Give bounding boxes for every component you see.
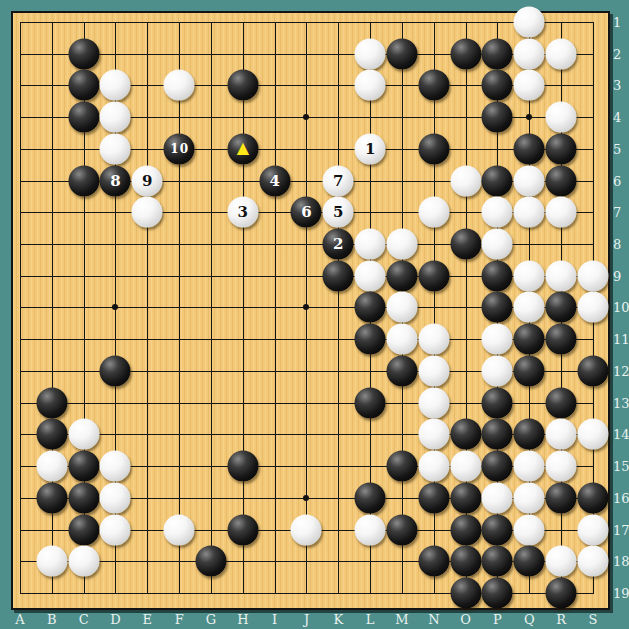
row-label: 10 [613,301,629,314]
black-stone[interactable]: 4 [259,165,290,196]
white-stone[interactable] [355,38,386,69]
white-stone[interactable]: 3 [227,197,258,228]
black-stone[interactable] [68,165,99,196]
white-stone[interactable] [514,514,545,545]
column-label: N [428,613,439,626]
white-stone[interactable] [514,260,545,291]
white-stone[interactable] [546,197,577,228]
black-stone[interactable] [386,260,417,291]
black-stone[interactable] [386,38,417,69]
move-number-label: 5 [333,205,343,220]
black-stone[interactable] [100,355,131,386]
white-stone[interactable] [546,260,577,291]
black-stone[interactable] [482,451,513,482]
black-stone[interactable] [482,260,513,291]
black-stone[interactable] [68,70,99,101]
white-stone[interactable] [68,419,99,450]
black-stone[interactable] [482,292,513,323]
column-label: J [304,613,309,626]
black-stone[interactable] [418,133,449,164]
column-label: S [589,613,598,626]
goban-frame: 10▲189473652 ABCDEFGHIJKLMNOPQRS 1234567… [0,0,629,629]
black-stone[interactable] [450,514,481,545]
white-stone[interactable] [577,260,608,291]
black-stone[interactable] [546,324,577,355]
white-stone[interactable] [386,292,417,323]
column-label: E [143,613,153,626]
black-stone[interactable] [36,387,67,418]
black-stone[interactable] [546,133,577,164]
white-stone[interactable] [577,514,608,545]
black-stone[interactable] [577,355,608,386]
white-stone[interactable] [514,70,545,101]
white-stone[interactable] [514,451,545,482]
row-label: 6 [613,174,621,187]
column-label: B [47,613,57,626]
white-stone[interactable] [100,482,131,513]
black-stone[interactable] [450,38,481,69]
white-stone[interactable] [450,165,481,196]
black-stone[interactable] [386,451,417,482]
black-stone[interactable] [450,546,481,577]
white-stone[interactable] [546,451,577,482]
column-label: K [333,613,343,626]
black-stone[interactable] [68,514,99,545]
row-label: 19 [613,586,629,599]
black-stone[interactable] [418,546,449,577]
black-stone[interactable] [546,482,577,513]
white-stone[interactable] [164,70,195,101]
black-stone[interactable] [546,292,577,323]
row-label: 1 [613,16,621,29]
black-stone[interactable] [323,260,354,291]
white-stone[interactable] [100,133,131,164]
column-label: L [366,613,375,626]
row-label: 9 [613,269,621,282]
white-stone[interactable] [100,514,131,545]
move-number-label: 7 [333,173,343,188]
white-stone[interactable] [36,546,67,577]
white-stone[interactable]: 1 [355,133,386,164]
star-point [303,114,309,120]
move-number-label: 3 [238,205,248,220]
white-stone[interactable]: 9 [132,165,163,196]
white-stone[interactable] [291,514,322,545]
white-stone[interactable]: 5 [323,197,354,228]
black-stone[interactable] [355,292,386,323]
black-stone[interactable] [355,387,386,418]
white-stone[interactable] [482,229,513,260]
black-stone[interactable] [514,419,545,450]
white-stone[interactable] [418,355,449,386]
black-stone[interactable]: ▲ [227,133,258,164]
black-stone[interactable] [514,133,545,164]
row-label: 7 [613,206,621,219]
row-label: 5 [613,142,621,155]
black-stone[interactable]: 6 [291,197,322,228]
row-label: 8 [613,238,621,251]
black-stone[interactable] [482,165,513,196]
black-stone[interactable] [450,577,481,608]
star-point [112,304,118,310]
black-stone[interactable] [546,577,577,608]
white-stone[interactable] [546,38,577,69]
white-stone[interactable] [164,514,195,545]
white-stone[interactable] [418,387,449,418]
star-point [303,304,309,310]
white-stone[interactable] [482,482,513,513]
column-label: P [493,613,502,626]
column-label: H [237,613,248,626]
white-stone[interactable] [450,451,481,482]
black-stone[interactable] [482,387,513,418]
black-stone[interactable] [418,482,449,513]
white-stone[interactable] [100,451,131,482]
white-stone[interactable] [132,197,163,228]
black-stone[interactable] [227,451,258,482]
column-label: R [556,613,566,626]
black-stone[interactable] [386,355,417,386]
black-stone[interactable] [577,482,608,513]
move-number-label: 4 [269,173,279,188]
white-stone[interactable] [418,197,449,228]
white-stone[interactable] [482,197,513,228]
row-label: 13 [613,396,629,409]
white-stone[interactable] [546,419,577,450]
black-stone[interactable] [482,514,513,545]
black-stone[interactable] [227,70,258,101]
black-stone[interactable] [68,102,99,133]
column-label: D [110,613,120,626]
black-stone[interactable] [450,419,481,450]
white-stone[interactable] [100,102,131,133]
column-label: M [395,613,408,626]
black-stone[interactable] [482,546,513,577]
black-stone[interactable] [450,229,481,260]
white-stone[interactable] [577,546,608,577]
white-stone[interactable] [418,419,449,450]
black-stone[interactable] [546,165,577,196]
white-stone[interactable] [546,546,577,577]
white-stone[interactable] [514,482,545,513]
black-stone[interactable] [514,546,545,577]
white-stone[interactable] [355,229,386,260]
column-label: G [206,613,216,626]
go-board[interactable]: 10▲189473652 [11,11,610,610]
black-stone[interactable] [418,260,449,291]
white-stone[interactable] [36,451,67,482]
black-stone[interactable]: 10 [164,133,195,164]
white-stone[interactable] [418,451,449,482]
white-stone[interactable] [514,7,545,38]
white-stone[interactable] [418,324,449,355]
white-stone[interactable] [355,260,386,291]
black-stone[interactable] [68,482,99,513]
white-stone[interactable]: 7 [323,165,354,196]
white-stone[interactable] [386,229,417,260]
black-stone[interactable] [482,70,513,101]
white-stone[interactable] [577,419,608,450]
row-label: 18 [613,555,629,568]
black-stone[interactable] [68,38,99,69]
row-label: 3 [613,79,621,92]
white-stone[interactable] [68,546,99,577]
black-stone[interactable] [482,38,513,69]
column-label: Q [524,613,535,626]
black-stone[interactable] [355,482,386,513]
white-stone[interactable] [355,514,386,545]
column-label: F [175,613,184,626]
white-stone[interactable] [514,38,545,69]
white-stone[interactable] [482,355,513,386]
black-stone[interactable] [482,102,513,133]
black-stone[interactable] [514,355,545,386]
white-stone[interactable] [514,165,545,196]
column-label: A [15,613,24,626]
row-label: 12 [613,364,629,377]
black-stone[interactable] [418,70,449,101]
black-stone[interactable]: 8 [100,165,131,196]
triangle-marker-icon: ▲ [237,140,249,156]
row-label: 16 [613,491,629,504]
star-point [526,114,532,120]
row-label: 11 [613,333,629,346]
row-label: 4 [613,111,621,124]
white-stone[interactable] [482,324,513,355]
black-stone[interactable] [546,387,577,418]
move-number-label: 2 [333,237,343,252]
black-stone[interactable] [355,324,386,355]
black-stone[interactable] [482,577,513,608]
white-stone[interactable] [514,197,545,228]
black-stone[interactable] [195,546,226,577]
black-stone[interactable]: 2 [323,229,354,260]
move-number-label: 8 [110,173,120,188]
column-label: O [460,613,471,626]
move-number-label: 1 [365,141,375,156]
grid-line-vertical [338,22,339,594]
white-stone[interactable] [386,324,417,355]
black-stone[interactable] [514,324,545,355]
black-stone[interactable] [450,482,481,513]
column-label: C [79,613,89,626]
row-label: 17 [613,523,629,536]
black-stone[interactable] [227,514,258,545]
row-label: 2 [613,47,621,60]
black-stone[interactable] [386,514,417,545]
row-label: 15 [613,460,629,473]
move-number-label: 6 [301,205,311,220]
star-point [303,495,309,501]
black-stone[interactable] [482,419,513,450]
black-stone[interactable] [36,419,67,450]
row-label: 14 [613,428,629,441]
white-stone[interactable] [577,292,608,323]
white-stone[interactable] [355,70,386,101]
black-stone[interactable] [68,451,99,482]
black-stone[interactable] [36,482,67,513]
white-stone[interactable] [546,102,577,133]
white-stone[interactable] [100,70,131,101]
column-label: I [272,613,277,626]
move-number-label: 10 [170,143,189,155]
move-number-label: 9 [142,173,152,188]
white-stone[interactable] [514,292,545,323]
